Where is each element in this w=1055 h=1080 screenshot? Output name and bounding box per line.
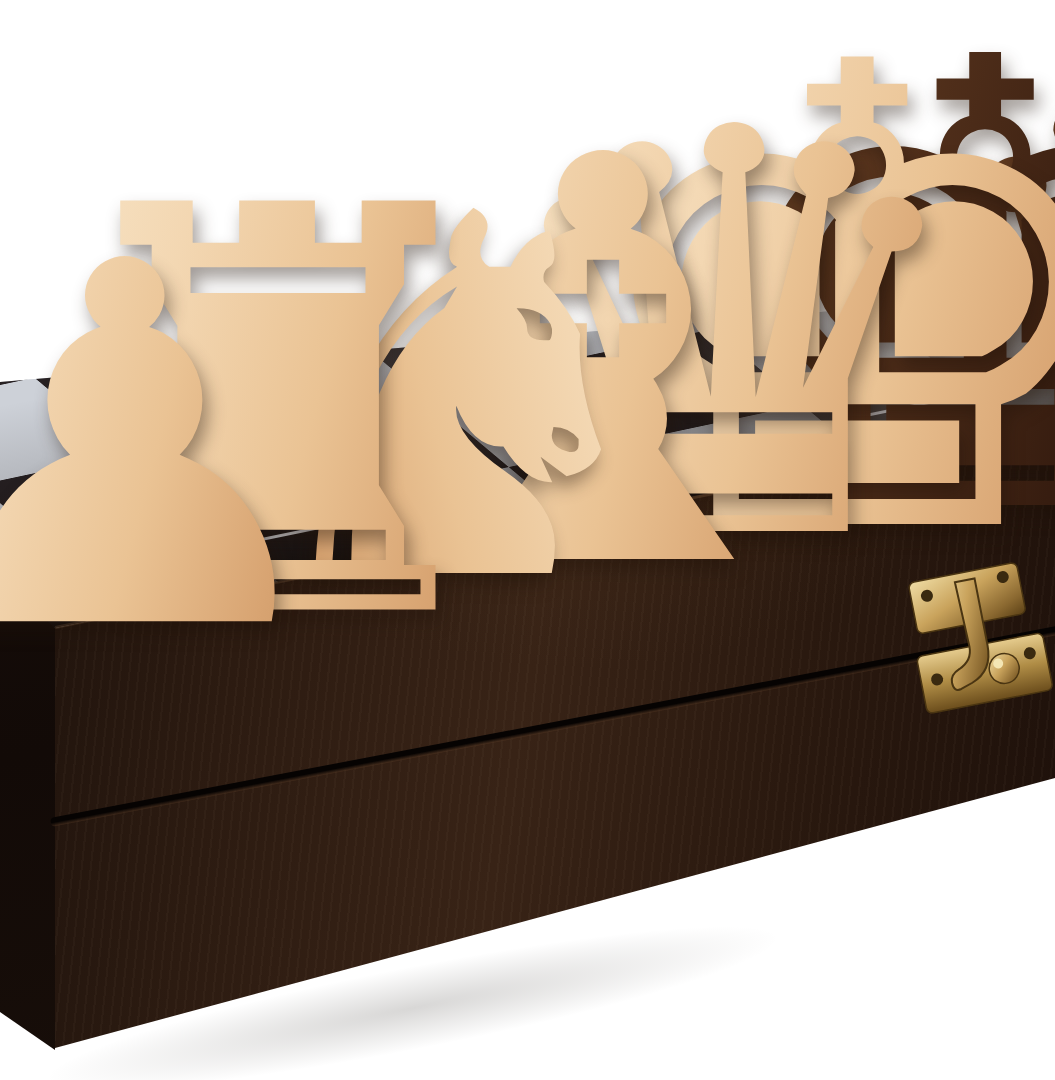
chess-set-photo: ♟ ♜ ♞ ♝ ♛ ♚ ♚ ♛ <box>0 0 1055 1080</box>
white-pawn: ♟ <box>0 198 375 698</box>
